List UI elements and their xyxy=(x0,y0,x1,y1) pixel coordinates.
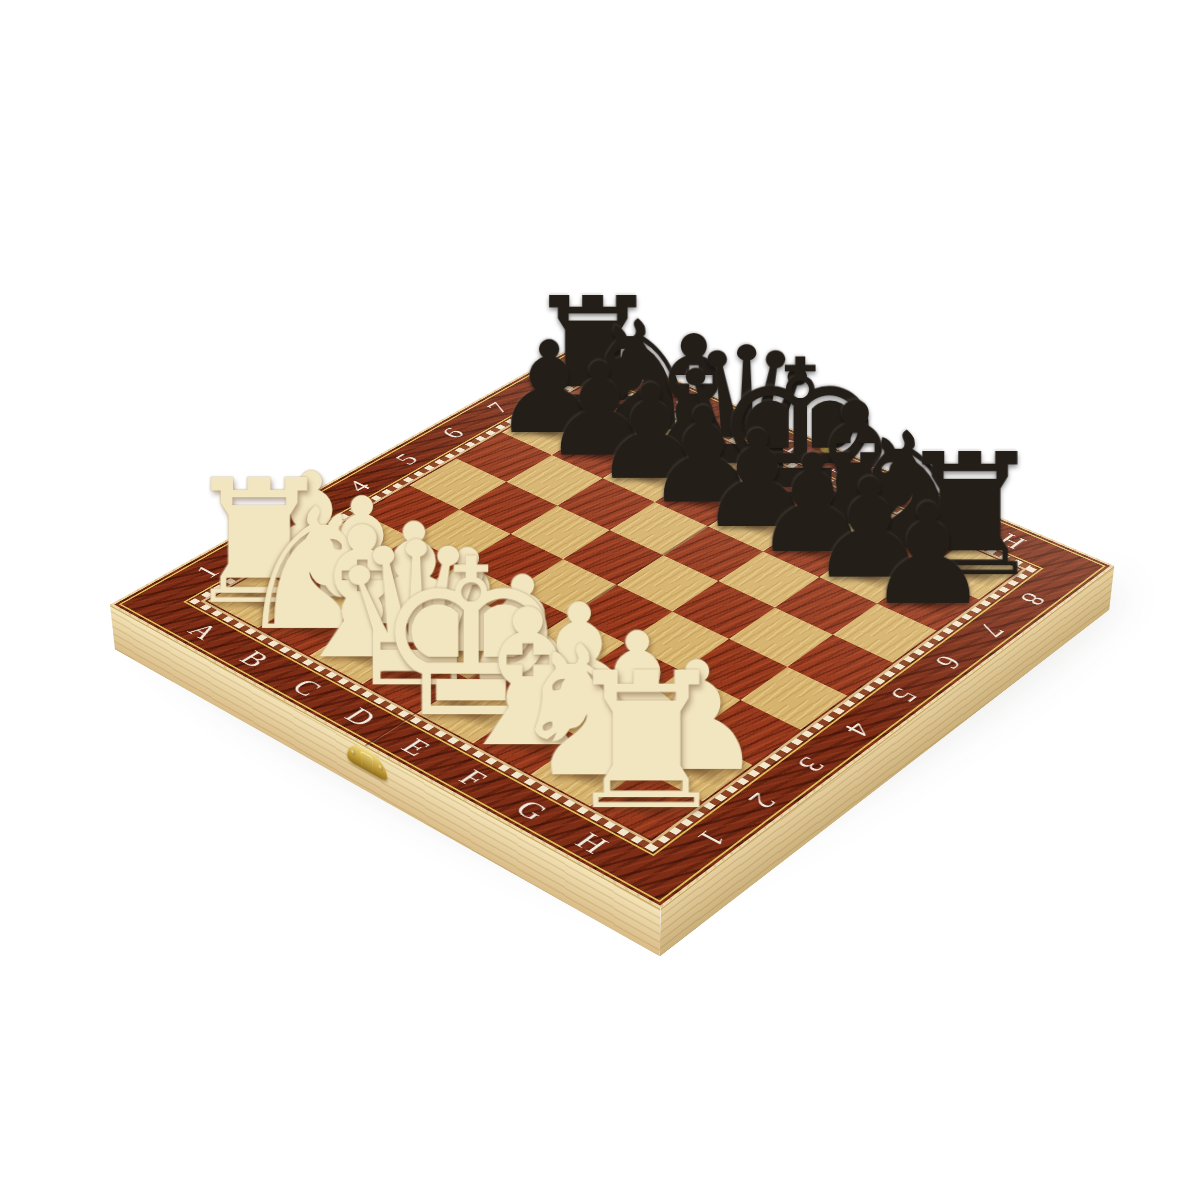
product-photo-chess-set: AABBCCDDEEFFGGHH1122334455667788 ♜♞♝♛♚♝♞… xyxy=(0,0,1200,1200)
white-rook-glyph: ♜ xyxy=(536,647,758,836)
clasp-screw-right xyxy=(378,764,383,772)
chess-board: AABBCCDDEEFFGGHH1122334455667788 ♜♞♝♛♚♝♞… xyxy=(110,340,1114,908)
clasp-screw-left xyxy=(351,748,356,756)
black-pawn-glyph: ♟ xyxy=(827,486,1029,625)
clasp-knob xyxy=(360,750,373,772)
scene: AABBCCDDEEFFGGHH1122334455667788 ♜♞♝♛♚♝♞… xyxy=(0,0,1200,1200)
